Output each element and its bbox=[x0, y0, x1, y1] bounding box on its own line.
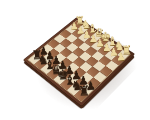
chess-board: ♜♟♟♜♞♟♟♞♝♟♟♝♛♟♟♛♚♟♟♚♝♟♟♝♞♟♟♞♜♟♟♜ bbox=[23, 17, 135, 107]
white-pawn[interactable]: ♟ bbox=[116, 51, 126, 62]
black-rook[interactable]: ♜ bbox=[78, 84, 91, 98]
product-photo: ♜♟♟♜♞♟♟♞♝♟♟♝♛♟♟♛♚♟♟♚♝♟♟♝♞♟♟♞♜♟♟♜ bbox=[0, 0, 150, 120]
